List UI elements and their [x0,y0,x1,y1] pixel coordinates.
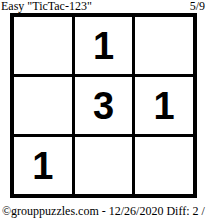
cell-r1c1[interactable] [14,17,72,74]
cell-r1c3[interactable] [135,17,193,74]
puzzle-title: Easy "TicTac-123" [1,0,92,13]
cell-r3c1[interactable]: 1 [14,137,72,194]
cell-r2c3[interactable]: 1 [135,77,193,134]
cell-r3c2[interactable] [75,137,133,194]
cell-r1c2[interactable]: 1 [75,17,133,74]
footer-copyright: ©grouppuzzles.com - 12/26/2020 Diff: 2 /… [2,204,207,219]
cell-r3c3[interactable] [135,137,193,194]
cell-r2c2[interactable]: 3 [75,77,133,134]
cell-r2c1[interactable] [14,77,72,134]
header: Easy "TicTac-123" 5/9 [1,0,205,13]
page-counter: 5/9 [190,0,205,13]
tictac123-board: 1 3 1 1 [10,13,197,198]
